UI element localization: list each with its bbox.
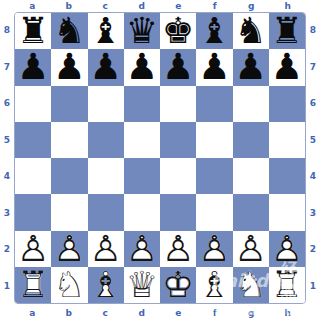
square-d7[interactable]: ♟	[124, 49, 160, 85]
black-rook: ♜	[271, 13, 303, 49]
square-a2[interactable]: ♟♙	[15, 231, 51, 267]
square-e2[interactable]: ♟♙	[160, 231, 196, 267]
rank-label-1: 1	[0, 268, 14, 305]
rank-label-8: 8	[0, 12, 14, 49]
square-e6[interactable]	[160, 86, 196, 122]
square-g7[interactable]: ♟	[233, 49, 269, 85]
rank-labels-right: 87654321	[306, 12, 320, 304]
square-f6[interactable]	[196, 86, 232, 122]
white-rook: ♜♖	[271, 267, 303, 303]
square-d5[interactable]	[124, 122, 160, 158]
black-pawn: ♟	[89, 49, 121, 85]
square-d3[interactable]	[124, 194, 160, 230]
white-king: ♚♔	[162, 267, 194, 303]
square-h7[interactable]: ♟	[269, 49, 305, 85]
white-pawn: ♟♙	[162, 231, 194, 267]
file-labels-top: abcdefgh	[14, 0, 306, 12]
square-f8[interactable]: ♝	[196, 13, 232, 49]
square-a1[interactable]: ♜♖	[15, 267, 51, 303]
rank-label-6: 6	[306, 85, 320, 122]
square-b2[interactable]: ♟♙	[51, 231, 87, 267]
white-pawn: ♟♙	[234, 231, 266, 267]
rank-label-7: 7	[306, 49, 320, 86]
square-f3[interactable]	[196, 194, 232, 230]
square-g2[interactable]: ♟♙	[233, 231, 269, 267]
file-label-a: a	[14, 0, 51, 12]
rank-label-3: 3	[0, 195, 14, 232]
black-pawn: ♟	[198, 49, 230, 85]
white-pawn: ♟♙	[53, 231, 85, 267]
file-label-a: a	[14, 306, 51, 320]
black-queen: ♛	[126, 13, 158, 49]
square-g6[interactable]	[233, 86, 269, 122]
rank-label-4: 4	[0, 158, 14, 195]
square-h4[interactable]	[269, 158, 305, 194]
square-d8[interactable]: ♛	[124, 13, 160, 49]
white-bishop: ♝♗	[89, 267, 121, 303]
file-label-f: f	[197, 306, 234, 320]
board: ♜♞♝♛♚♝♞♜♟♟♟♟♟♟♟♟♟♙♟♙♟♙♟♙♟♙♟♙♟♙♟♙♜♖♞♘♝♗♛♕…	[14, 12, 306, 304]
square-h1[interactable]: ♜♖	[269, 267, 305, 303]
square-h6[interactable]	[269, 86, 305, 122]
rank-labels-left: 87654321	[0, 12, 14, 304]
rank-label-5: 5	[0, 122, 14, 159]
black-king: ♚	[162, 13, 194, 49]
square-d1[interactable]: ♛♕	[124, 267, 160, 303]
white-pawn: ♟♙	[271, 231, 303, 267]
black-knight: ♞	[53, 13, 85, 49]
square-a5[interactable]	[15, 122, 51, 158]
file-label-e: e	[160, 306, 197, 320]
file-label-e: e	[160, 0, 197, 12]
square-h3[interactable]	[269, 194, 305, 230]
square-h2[interactable]: ♟♙	[269, 231, 305, 267]
square-g4[interactable]	[233, 158, 269, 194]
square-b5[interactable]	[51, 122, 87, 158]
black-bishop: ♝	[89, 13, 121, 49]
file-label-g: g	[233, 0, 270, 12]
white-pawn: ♟♙	[198, 231, 230, 267]
rank-label-7: 7	[0, 49, 14, 86]
white-pawn: ♟♙	[17, 231, 49, 267]
square-e5[interactable]	[160, 122, 196, 158]
black-knight: ♞	[234, 13, 266, 49]
black-pawn: ♟	[162, 49, 194, 85]
square-g8[interactable]: ♞	[233, 13, 269, 49]
square-g3[interactable]	[233, 194, 269, 230]
square-g1[interactable]: ♞♘	[233, 267, 269, 303]
square-f7[interactable]: ♟	[196, 49, 232, 85]
square-e8[interactable]: ♚	[160, 13, 196, 49]
square-h5[interactable]	[269, 122, 305, 158]
square-c4[interactable]	[88, 158, 124, 194]
rank-label-6: 6	[0, 85, 14, 122]
square-c7[interactable]: ♟	[88, 49, 124, 85]
black-pawn: ♟	[126, 49, 158, 85]
square-d6[interactable]	[124, 86, 160, 122]
square-f2[interactable]: ♟♙	[196, 231, 232, 267]
white-bishop: ♝♗	[198, 267, 230, 303]
black-rook: ♜	[17, 13, 49, 49]
square-b7[interactable]: ♟	[51, 49, 87, 85]
square-b8[interactable]: ♞	[51, 13, 87, 49]
square-e7[interactable]: ♟	[160, 49, 196, 85]
file-label-f: f	[197, 0, 234, 12]
file-label-b: b	[51, 0, 88, 12]
white-knight: ♞♘	[53, 267, 85, 303]
square-a4[interactable]	[15, 158, 51, 194]
rank-label-2: 2	[0, 231, 14, 268]
square-f1[interactable]: ♝♗	[196, 267, 232, 303]
white-pawn: ♟♙	[89, 231, 121, 267]
black-pawn: ♟	[271, 49, 303, 85]
file-label-b: b	[51, 306, 88, 320]
square-a7[interactable]: ♟	[15, 49, 51, 85]
rank-label-2: 2	[306, 231, 320, 268]
file-label-c: c	[87, 0, 124, 12]
square-c1[interactable]: ♝♗	[88, 267, 124, 303]
rank-label-5: 5	[306, 122, 320, 159]
white-pawn: ♟♙	[126, 231, 158, 267]
black-pawn: ♟	[53, 49, 85, 85]
square-a6[interactable]	[15, 86, 51, 122]
rank-label-3: 3	[306, 195, 320, 232]
file-labels-bottom: abcdefgh	[14, 306, 306, 320]
square-e1[interactable]: ♚♔	[160, 267, 196, 303]
square-b1[interactable]: ♞♘	[51, 267, 87, 303]
file-label-d: d	[124, 0, 161, 12]
black-pawn: ♟	[234, 49, 266, 85]
square-b6[interactable]	[51, 86, 87, 122]
rank-label-4: 4	[306, 158, 320, 195]
square-e4[interactable]	[160, 158, 196, 194]
file-label-c: c	[87, 306, 124, 320]
square-c6[interactable]	[88, 86, 124, 122]
square-f4[interactable]	[196, 158, 232, 194]
black-bishop: ♝	[198, 13, 230, 49]
square-b4[interactable]	[51, 158, 87, 194]
file-label-g: g	[233, 306, 270, 320]
white-queen: ♛♕	[126, 267, 158, 303]
rank-label-1: 1	[306, 268, 320, 305]
square-c3[interactable]	[88, 194, 124, 230]
square-e3[interactable]	[160, 194, 196, 230]
file-label-h: h	[270, 306, 307, 320]
black-pawn: ♟	[17, 49, 49, 85]
white-rook: ♜♖	[17, 267, 49, 303]
file-label-h: h	[270, 0, 307, 12]
white-knight: ♞♘	[234, 267, 266, 303]
square-c8[interactable]: ♝	[88, 13, 124, 49]
square-c5[interactable]	[88, 122, 124, 158]
file-label-d: d	[124, 306, 161, 320]
square-d2[interactable]: ♟♙	[124, 231, 160, 267]
square-c2[interactable]: ♟♙	[88, 231, 124, 267]
square-f5[interactable]	[196, 122, 232, 158]
square-g5[interactable]	[233, 122, 269, 158]
rank-label-8: 8	[306, 12, 320, 49]
square-b3[interactable]	[51, 194, 87, 230]
square-d4[interactable]	[124, 158, 160, 194]
chessboard-widget: abcdefgh 87654321 ♜♞♝♛♚♝♞♜♟♟♟♟♟♟♟♟♟♙♟♙♟♙…	[0, 0, 320, 320]
square-a8[interactable]: ♜	[15, 13, 51, 49]
square-h8[interactable]: ♜	[269, 13, 305, 49]
square-a3[interactable]	[15, 194, 51, 230]
